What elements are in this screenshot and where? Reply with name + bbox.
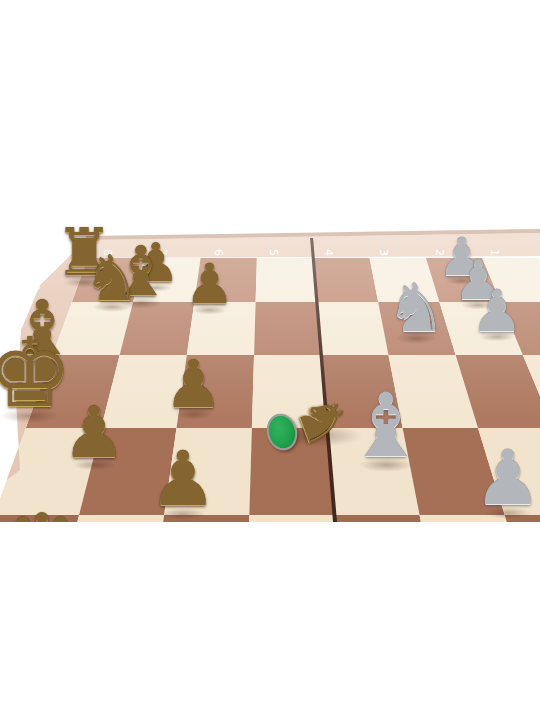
piece-white-pawn-f2: ♟: [471, 282, 523, 340]
piece-black-pawn-f6: ♟: [164, 352, 223, 418]
piece-black-knight-g8: ♞: [83, 247, 140, 310]
piece-white-pawn-e2: ♟: [474, 441, 540, 517]
piece-black-queen-d8: ♛: [0, 499, 93, 522]
photo-canvas: 87654321hg ♟♜♟♝♟♞♟♟♞♝♟♚♟♝♟♟♛♞: [0, 0, 540, 720]
board-photo: 87654321hg ♟♜♟♝♟♞♟♟♞♝♟♚♟♝♟♟♛♞: [0, 0, 540, 522]
piece-black-pawn-e7: ♟: [62, 398, 125, 469]
piece-black-pawn-g6: ♟: [185, 257, 235, 312]
piece-black-pawn-e6: ♟: [149, 442, 217, 518]
piece-white-knight-g3: ♞: [386, 275, 446, 342]
pieces-layer: ♟♜♟♝♟♞♟♟♞♝♟♚♟♝♟♟♛♞: [0, 0, 540, 522]
